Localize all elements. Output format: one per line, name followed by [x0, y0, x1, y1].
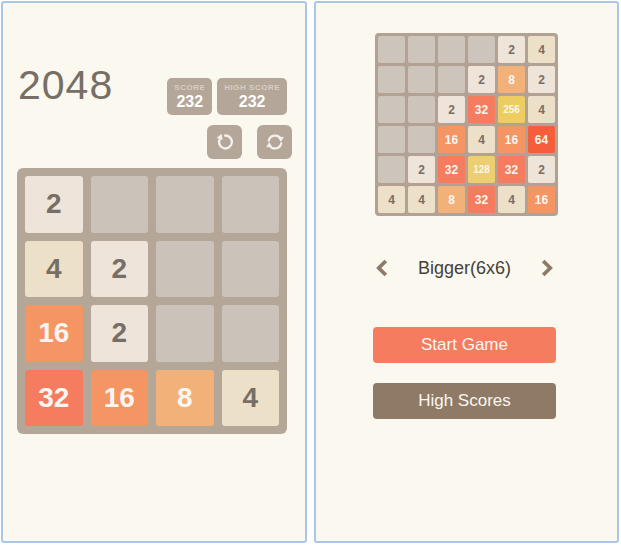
game-controls	[207, 125, 292, 159]
empty-cell	[222, 176, 280, 233]
tile-32: 32	[468, 186, 495, 213]
mode-label: Bigger(6x6)	[418, 258, 511, 279]
undo-icon	[214, 131, 236, 153]
tile-64: 64	[528, 126, 555, 153]
tile-2: 2	[408, 156, 435, 183]
empty-cell	[408, 66, 435, 93]
tile-4: 4	[378, 186, 405, 213]
tile-2: 2	[528, 156, 555, 183]
game-board-4x4[interactable]: 242162321684	[17, 168, 287, 434]
tile-256: 256	[498, 96, 525, 123]
tile-4: 4	[25, 241, 83, 298]
start-game-button[interactable]: Start Game	[373, 327, 556, 363]
refresh-icon	[264, 131, 286, 153]
empty-cell	[468, 36, 495, 63]
tile-2: 2	[468, 66, 495, 93]
tile-4: 4	[408, 186, 435, 213]
empty-cell	[378, 96, 405, 123]
high-score-value: 232	[239, 94, 266, 110]
chevron-right-icon	[539, 258, 554, 278]
high-score-box: HIGH SCORE 232	[217, 78, 287, 115]
tile-8: 8	[438, 186, 465, 213]
high-score-label: HIGH SCORE	[224, 83, 280, 92]
undo-button[interactable]	[207, 125, 242, 159]
empty-cell	[438, 36, 465, 63]
tile-8: 8	[498, 66, 525, 93]
tile-2: 2	[528, 66, 555, 93]
game-panel: 2048 SCORE 232 HIGH SCORE 232	[1, 1, 307, 543]
tile-16: 16	[498, 126, 525, 153]
prev-mode-button[interactable]	[375, 258, 390, 278]
app-title: 2048	[18, 63, 113, 108]
tile-16: 16	[25, 305, 83, 362]
tile-32: 32	[468, 96, 495, 123]
tile-2: 2	[91, 305, 149, 362]
next-mode-button[interactable]	[539, 258, 554, 278]
tile-4: 4	[222, 370, 280, 427]
empty-cell	[91, 176, 149, 233]
empty-cell	[408, 36, 435, 63]
empty-cell	[156, 241, 214, 298]
tile-128: 128	[468, 156, 495, 183]
score-label: SCORE	[174, 83, 205, 92]
tile-32: 32	[498, 156, 525, 183]
chevron-left-icon	[375, 258, 390, 278]
tile-16: 16	[91, 370, 149, 427]
empty-cell	[378, 36, 405, 63]
score-boxes: SCORE 232 HIGH SCORE 232	[167, 78, 287, 115]
tile-4: 4	[468, 126, 495, 153]
board-size-selector: Bigger(6x6)	[373, 253, 556, 283]
tile-32: 32	[25, 370, 83, 427]
tile-8: 8	[156, 370, 214, 427]
empty-cell	[378, 156, 405, 183]
tile-4: 4	[498, 186, 525, 213]
mode-select-panel: 242822322564164166423212832244832416 Big…	[314, 1, 619, 543]
score-value: 232	[176, 94, 203, 110]
empty-cell	[438, 66, 465, 93]
empty-cell	[408, 96, 435, 123]
score-box: SCORE 232	[167, 78, 212, 115]
tile-2: 2	[498, 36, 525, 63]
tile-4: 4	[528, 96, 555, 123]
empty-cell	[222, 305, 280, 362]
empty-cell	[378, 66, 405, 93]
empty-cell	[156, 305, 214, 362]
restart-button[interactable]	[257, 125, 292, 159]
tile-16: 16	[528, 186, 555, 213]
tile-4: 4	[528, 36, 555, 63]
empty-cell	[222, 241, 280, 298]
tile-2: 2	[91, 241, 149, 298]
tile-16: 16	[438, 126, 465, 153]
high-scores-button[interactable]: High Scores	[373, 383, 556, 419]
preview-board-6x6: 242822322564164166423212832244832416	[375, 33, 558, 216]
empty-cell	[378, 126, 405, 153]
empty-cell	[156, 176, 214, 233]
empty-cell	[408, 126, 435, 153]
tile-32: 32	[438, 156, 465, 183]
tile-2: 2	[438, 96, 465, 123]
tile-2: 2	[25, 176, 83, 233]
